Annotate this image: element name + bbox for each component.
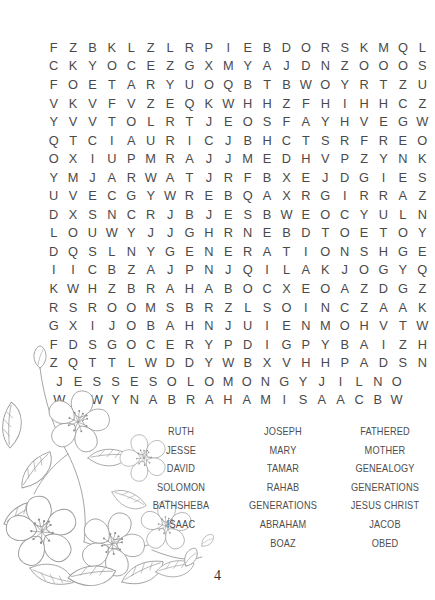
grid-cell: E bbox=[399, 172, 408, 185]
grid-cell: E bbox=[282, 320, 291, 333]
grid-cell: H bbox=[301, 153, 310, 166]
grid-cell: A bbox=[127, 135, 136, 148]
grid-cell: C bbox=[49, 60, 58, 73]
grid-cell: C bbox=[88, 264, 97, 277]
grid-cell: P bbox=[224, 339, 233, 352]
grid-cell: C bbox=[355, 394, 364, 407]
grid-cell: V bbox=[321, 153, 330, 166]
grid-cell: F bbox=[360, 135, 368, 148]
grid-cell: Z bbox=[360, 283, 368, 296]
grid-cell: E bbox=[146, 60, 155, 73]
grid-cell: B bbox=[263, 42, 272, 55]
grid-cell: A bbox=[263, 246, 272, 259]
grid-cell: N bbox=[261, 376, 270, 389]
grid-cell: N bbox=[373, 376, 382, 389]
grid-cell: H bbox=[262, 135, 271, 148]
word-list-item: GENERATIONS bbox=[344, 478, 426, 497]
grid-cell: W bbox=[300, 79, 312, 92]
grid-cell: H bbox=[185, 320, 194, 333]
grid-cell: Z bbox=[166, 60, 174, 73]
grid-cell: G bbox=[320, 190, 330, 203]
grid-cell: Z bbox=[360, 302, 368, 315]
grid-cell: L bbox=[108, 246, 115, 259]
grid-cell: I bbox=[110, 135, 114, 148]
grid-cell: E bbox=[302, 283, 311, 296]
grid-cell: I bbox=[343, 98, 347, 111]
grid-cell: S bbox=[399, 357, 408, 370]
grid-cell: B bbox=[243, 79, 252, 92]
grid-cell: Q bbox=[68, 246, 78, 259]
grid-cell: M bbox=[260, 394, 271, 407]
word-list-item: TAMAR bbox=[242, 459, 324, 478]
grid-cell: F bbox=[50, 79, 58, 92]
grid-cell: R bbox=[359, 190, 368, 203]
grid-cell: B bbox=[224, 190, 233, 203]
grid-cell: D bbox=[282, 42, 291, 55]
grid-cell: I bbox=[265, 320, 269, 333]
grid-cell: S bbox=[243, 209, 252, 222]
grid-cell: R bbox=[146, 79, 155, 92]
grid-cell: O bbox=[417, 135, 427, 148]
grid-cell: Z bbox=[69, 42, 77, 55]
grid-cell: O bbox=[359, 264, 369, 277]
grid-cell: C bbox=[107, 190, 116, 203]
grid-cell: O bbox=[49, 153, 59, 166]
grid-cell: Z bbox=[418, 190, 426, 203]
grid-cell: N bbox=[204, 264, 213, 277]
grid-cell: U bbox=[418, 79, 427, 92]
grid-cell: J bbox=[167, 227, 173, 240]
word-list-item: BATHSHEBA bbox=[140, 496, 222, 515]
grid-cell: A bbox=[360, 339, 369, 352]
grid-cell: A bbox=[360, 357, 369, 370]
grid-cell: Z bbox=[341, 60, 349, 73]
grid-cell: E bbox=[379, 116, 388, 129]
grid-cell: N bbox=[340, 246, 349, 259]
grid-cell: G bbox=[398, 283, 408, 296]
grid-cell: O bbox=[243, 116, 253, 129]
grid-cell: O bbox=[282, 302, 292, 315]
grid-cell: V bbox=[88, 98, 97, 111]
grid-cell: D bbox=[301, 227, 310, 240]
grid-cell: U bbox=[107, 153, 116, 166]
grid-cell: E bbox=[205, 190, 214, 203]
grid-cell: V bbox=[379, 320, 388, 333]
grid-cell: L bbox=[147, 116, 154, 129]
grid-cell: R bbox=[359, 79, 368, 92]
grid-cell: S bbox=[263, 116, 272, 129]
grid-cell: L bbox=[50, 227, 57, 240]
grid-cell: F bbox=[50, 42, 58, 55]
grid-cell: J bbox=[225, 320, 231, 333]
grid-cell: A bbox=[399, 302, 408, 315]
grid-cell: F bbox=[302, 98, 310, 111]
grid-cell: L bbox=[419, 42, 426, 55]
grid-cell: Q bbox=[223, 79, 233, 92]
grid-cell: W bbox=[222, 357, 234, 370]
grid-cell: M bbox=[68, 172, 79, 185]
grid-cell: H bbox=[379, 246, 388, 259]
grid-cell: S bbox=[360, 246, 369, 259]
grid-cell: A bbox=[166, 320, 175, 333]
grid-cell: C bbox=[88, 135, 97, 148]
grid-cell: O bbox=[320, 79, 330, 92]
grid-cell: Y bbox=[321, 116, 330, 129]
grid-cell: Q bbox=[398, 42, 408, 55]
grid-cell: B bbox=[282, 227, 291, 240]
grid-cell: G bbox=[379, 264, 389, 277]
grid-cell: S bbox=[88, 246, 97, 259]
word-list-item: OBED bbox=[344, 534, 426, 553]
grid-cell: J bbox=[147, 227, 153, 240]
grid-cell: A bbox=[127, 79, 136, 92]
grid-cell: T bbox=[283, 246, 291, 259]
grid-cell: K bbox=[69, 60, 78, 73]
grid-row: OXIUPMRAJJMEDHVPZYNK bbox=[44, 150, 432, 169]
grid-cell: N bbox=[321, 60, 330, 73]
grid-cell: O bbox=[68, 227, 78, 240]
grid-cell: I bbox=[343, 190, 347, 203]
grid-cell: H bbox=[88, 283, 97, 296]
grid-cell: I bbox=[91, 320, 95, 333]
grid-cell: A bbox=[166, 172, 175, 185]
grid-cell: M bbox=[242, 153, 253, 166]
grid-cell: B bbox=[340, 339, 349, 352]
grid-cell: G bbox=[185, 60, 195, 73]
grid-cell: D bbox=[379, 357, 388, 370]
word-list: RUTHJESSEDAVIDSOLOMONBATHSHEBAISAACJOSEP… bbox=[130, 422, 435, 552]
grid-cell: J bbox=[206, 153, 212, 166]
word-list-item: FATHERED bbox=[344, 422, 426, 441]
grid-cell: I bbox=[265, 264, 269, 277]
grid-cell: C bbox=[127, 60, 136, 73]
grid-cell: K bbox=[49, 283, 58, 296]
grid-cell: T bbox=[302, 135, 310, 148]
grid-cell: H bbox=[321, 357, 330, 370]
grid-cell: U bbox=[185, 79, 194, 92]
word-list-item: SOLOMON bbox=[140, 478, 222, 497]
grid-cell: J bbox=[109, 320, 115, 333]
grid-cell: D bbox=[243, 339, 252, 352]
grid-row: VKVFVZEQKWHHZFHIHHCZ bbox=[44, 95, 432, 114]
grid-cell: S bbox=[263, 302, 272, 315]
grid-cell: Z bbox=[418, 98, 426, 111]
grid-cell: R bbox=[243, 246, 252, 259]
grid-cell: I bbox=[382, 339, 386, 352]
grid-cell: Z bbox=[418, 283, 426, 296]
grid-cell: Z bbox=[399, 339, 407, 352]
grid-cell: O bbox=[398, 227, 408, 240]
grid-cell: R bbox=[127, 172, 136, 185]
grid-cell: Y bbox=[146, 246, 155, 259]
grid-cell: O bbox=[379, 60, 389, 73]
grid-cell: J bbox=[225, 153, 231, 166]
grid-cell: V bbox=[282, 357, 291, 370]
word-list-item: JESSE bbox=[140, 441, 222, 460]
grid-cell: Q bbox=[243, 190, 253, 203]
grid-cell: J bbox=[89, 172, 95, 185]
grid-cell: M bbox=[223, 376, 234, 389]
grid-cell: Z bbox=[224, 302, 232, 315]
grid-cell: W bbox=[222, 98, 234, 111]
grid-cell: K bbox=[418, 302, 427, 315]
grid-cell: C bbox=[340, 209, 349, 222]
grid-cell: G bbox=[359, 172, 369, 185]
grid-cell: R bbox=[301, 190, 310, 203]
puzzle-page: FZBKLZLRPIEBDORSKMQLCKYOCEZGXMYAJDNZOOOS… bbox=[0, 0, 435, 600]
grid-cell: G bbox=[165, 246, 175, 259]
grid-cell: R bbox=[379, 135, 388, 148]
grid-cell: Y bbox=[340, 79, 349, 92]
grid-cell: S bbox=[69, 302, 78, 315]
grid-cell: E bbox=[88, 190, 97, 203]
grid-cell: P bbox=[302, 339, 311, 352]
word-list-item: GENEALOGY bbox=[344, 459, 426, 478]
grid-cell: Q bbox=[417, 264, 427, 277]
grid-cell: D bbox=[49, 246, 58, 259]
grid-cell: X bbox=[263, 357, 272, 370]
grid-cell: Q bbox=[243, 264, 253, 277]
grid-row: YVVTOLRTJEOSFAYHVEGW bbox=[44, 113, 432, 132]
grid-cell: O bbox=[126, 302, 136, 315]
word-list-item: GENERATIONS bbox=[242, 496, 324, 515]
grid-cell: R bbox=[185, 190, 194, 203]
grid-cell: S bbox=[299, 394, 308, 407]
grid-cell: T bbox=[399, 320, 407, 333]
grid-cell: N bbox=[204, 320, 213, 333]
grid-cell: Y bbox=[49, 116, 58, 129]
grid-cell: T bbox=[186, 116, 194, 129]
grid-cell: D bbox=[340, 172, 349, 185]
grid-cell: J bbox=[167, 209, 173, 222]
grid-cell: R bbox=[49, 302, 58, 315]
grid-cell: H bbox=[379, 98, 388, 111]
grid-cell: X bbox=[69, 320, 78, 333]
grid-cell: D bbox=[282, 153, 291, 166]
word-list-column: JOSEPHMARYTAMARRAHABGENERATIONSABRAHAMBO… bbox=[232, 422, 334, 552]
grid-cell: I bbox=[265, 339, 269, 352]
grid-cell: N bbox=[301, 320, 310, 333]
grid-cell: B bbox=[146, 320, 155, 333]
grid-cell: R bbox=[379, 190, 388, 203]
grid-cell: T bbox=[108, 79, 116, 92]
grid-cell: O bbox=[126, 320, 136, 333]
grid-cell: B bbox=[127, 283, 136, 296]
grid-cell: X bbox=[282, 283, 291, 296]
grid-cell: O bbox=[107, 60, 117, 73]
grid-cell: A bbox=[302, 116, 311, 129]
grid-cell: I bbox=[282, 394, 286, 407]
grid-row: DQSLNYGENERATIONSHGE bbox=[44, 243, 432, 262]
grid-row: FOETARYUOQBTBWOYRTZU bbox=[44, 76, 432, 95]
grid-cell: P bbox=[127, 153, 136, 166]
grid-cell: H bbox=[204, 227, 213, 240]
grid-cell: J bbox=[225, 264, 231, 277]
grid-cell: S bbox=[321, 135, 330, 148]
grid-row: UVECGYWREBQAXRGIRRAZ bbox=[44, 187, 432, 206]
grid-cell: K bbox=[360, 42, 369, 55]
grid-cell: B bbox=[88, 42, 97, 55]
word-list-item: MOTHER bbox=[344, 441, 426, 460]
grid-cell: D bbox=[49, 209, 58, 222]
grid-cell: G bbox=[279, 376, 289, 389]
grid-cell: D bbox=[301, 60, 310, 73]
grid-cell: B bbox=[263, 209, 272, 222]
word-list-item: JOSEPH bbox=[242, 422, 324, 441]
grid-cell: H bbox=[340, 116, 349, 129]
grid-cell: H bbox=[301, 357, 310, 370]
grid-cell: U bbox=[88, 227, 97, 240]
grid-cell: I bbox=[188, 135, 192, 148]
grid-cell: E bbox=[224, 246, 233, 259]
grid-cell: Y bbox=[418, 227, 427, 240]
grid-cell: H bbox=[418, 339, 427, 352]
grid-cell: S bbox=[418, 60, 427, 73]
grid-cell: I bbox=[339, 376, 343, 389]
grid-row: CKYOCEZGXMYAJDNZOOOS bbox=[44, 58, 432, 77]
grid-cell: Y bbox=[399, 264, 408, 277]
grid-cell: I bbox=[52, 264, 56, 277]
grid-cell: Y bbox=[146, 190, 155, 203]
grid-cell: R bbox=[165, 116, 174, 129]
grid-cell: T bbox=[263, 79, 271, 92]
grid-cell: L bbox=[128, 42, 135, 55]
grid-cell: J bbox=[206, 172, 212, 185]
grid-cell: W bbox=[391, 394, 403, 407]
grid-cell: Z bbox=[283, 98, 291, 111]
grid-cell: O bbox=[242, 376, 252, 389]
grid-cell: Z bbox=[147, 98, 155, 111]
word-list-item: BOAZ bbox=[242, 534, 324, 553]
grid-cell: G bbox=[49, 320, 59, 333]
grid-cell: V bbox=[88, 116, 97, 129]
grid-cell: Z bbox=[147, 42, 155, 55]
grid-cell: V bbox=[127, 98, 136, 111]
grid-cell: L bbox=[167, 42, 174, 55]
grid-cell: N bbox=[107, 209, 116, 222]
grid-cell: R bbox=[146, 283, 155, 296]
grid-cell: S bbox=[88, 209, 97, 222]
grid-cell: O bbox=[243, 283, 253, 296]
grid-cell: J bbox=[167, 264, 173, 277]
grid-cell: T bbox=[321, 227, 329, 240]
grid-cell: W bbox=[67, 283, 79, 296]
grid-cell: M bbox=[145, 302, 156, 315]
grid-cell: F bbox=[283, 116, 291, 129]
grid-cell: P bbox=[205, 42, 214, 55]
grid-cell: E bbox=[360, 227, 369, 240]
grid-cell: O bbox=[398, 60, 408, 73]
grid-cell: N bbox=[243, 227, 252, 240]
grid-cell: E bbox=[263, 153, 272, 166]
grid-cell: Y bbox=[379, 153, 388, 166]
grid-cell: O bbox=[392, 376, 402, 389]
grid-cell: I bbox=[382, 172, 386, 185]
grid-cell: W bbox=[106, 227, 118, 240]
grid-cell: H bbox=[359, 98, 368, 111]
grid-cell: H bbox=[359, 320, 368, 333]
grid-cell: D bbox=[379, 283, 388, 296]
grid-cell: T bbox=[69, 135, 77, 148]
grid-cell: P bbox=[340, 357, 349, 370]
grid-cell: A bbox=[263, 60, 272, 73]
grid-cell: B bbox=[224, 283, 233, 296]
grid-cell: U bbox=[49, 190, 58, 203]
grid-cell: G bbox=[126, 190, 136, 203]
grid-cell: R bbox=[185, 42, 194, 55]
grid-row: KWHZBRAHABOCXEOAZDGZ bbox=[44, 280, 432, 299]
grid-cell: W bbox=[416, 116, 428, 129]
grid-cell: J bbox=[206, 116, 212, 129]
grid-cell: A bbox=[317, 394, 326, 407]
grid-cell: N bbox=[127, 246, 136, 259]
grid-cell: L bbox=[283, 264, 290, 277]
grid-cell: S bbox=[418, 172, 427, 185]
grid-cell: A bbox=[205, 283, 214, 296]
grid-cell: V bbox=[360, 116, 369, 129]
grid-cell: I bbox=[227, 42, 231, 55]
grid-cell: V bbox=[69, 116, 78, 129]
grid-cell: A bbox=[108, 172, 117, 185]
grid-cell: F bbox=[108, 98, 116, 111]
grid-cell: M bbox=[320, 320, 331, 333]
grid-cell: P bbox=[340, 153, 349, 166]
grid-cell: A bbox=[166, 283, 175, 296]
grid-cell: B bbox=[282, 79, 291, 92]
grid-cell: X bbox=[69, 153, 78, 166]
grid-cell: W bbox=[280, 209, 292, 222]
grid-cell: E bbox=[263, 227, 272, 240]
word-list-item: JACOB bbox=[344, 515, 426, 534]
grid-cell: T bbox=[380, 227, 388, 240]
grid-cell: Y bbox=[360, 209, 369, 222]
grid-cell: R bbox=[224, 227, 233, 240]
grid-cell: L bbox=[399, 209, 406, 222]
grid-cell: A bbox=[302, 264, 311, 277]
grid-cell: C bbox=[204, 135, 213, 148]
grid-cell: E bbox=[243, 42, 252, 55]
grid-cell: W bbox=[145, 172, 157, 185]
grid-cell: Z bbox=[127, 264, 135, 277]
grid-cell: M bbox=[223, 60, 234, 73]
grid-cell: H bbox=[321, 98, 330, 111]
grid-cell: A bbox=[399, 190, 408, 203]
grid-cell: H bbox=[243, 98, 252, 111]
grid-row: DXSNCRJBJESBWEOCYULN bbox=[44, 206, 432, 225]
grid-cell: X bbox=[69, 209, 78, 222]
grid-cell: B bbox=[108, 264, 117, 277]
grid-cell: T bbox=[108, 116, 116, 129]
grid-cell: J bbox=[318, 376, 324, 389]
grid-cell: N bbox=[418, 209, 427, 222]
grid-cell: E bbox=[418, 246, 427, 259]
grid-cell: K bbox=[108, 42, 117, 55]
page-number: 4 bbox=[0, 568, 435, 584]
grid-cell: O bbox=[126, 116, 136, 129]
word-list-item: JESUS CHRIST bbox=[344, 496, 426, 515]
grid-cell: Y bbox=[243, 60, 252, 73]
grid-row: RSROOMSBRZLSOINCZAAK bbox=[44, 299, 432, 318]
grid-cell: Y bbox=[299, 376, 308, 389]
grid-cell: E bbox=[185, 246, 194, 259]
grid-cell: V bbox=[49, 98, 58, 111]
word-list-column: FATHEREDMOTHERGENEALOGYGENERATIONSJESUS … bbox=[334, 422, 435, 552]
grid-cell: R bbox=[321, 42, 330, 55]
grid-cell: M bbox=[378, 42, 389, 55]
word-list-item: DAVID bbox=[140, 459, 222, 478]
grid-cell: R bbox=[165, 135, 174, 148]
grid-cell: O bbox=[204, 79, 214, 92]
